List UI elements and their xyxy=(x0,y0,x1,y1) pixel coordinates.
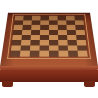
board-squares xyxy=(10,16,88,57)
chess-board-photo[interactable] xyxy=(0,0,98,98)
box-foot-left xyxy=(2,81,13,86)
box-foot-right xyxy=(84,81,95,86)
square-d1[interactable] xyxy=(39,51,49,57)
square-f1[interactable] xyxy=(59,51,69,57)
board-top-surface xyxy=(0,13,98,67)
square-b1[interactable] xyxy=(20,51,30,57)
square-c1[interactable] xyxy=(30,51,40,57)
box-apron xyxy=(0,70,98,82)
square-h1[interactable] xyxy=(78,51,88,57)
square-e1[interactable] xyxy=(49,51,59,57)
square-g1[interactable] xyxy=(68,51,78,57)
